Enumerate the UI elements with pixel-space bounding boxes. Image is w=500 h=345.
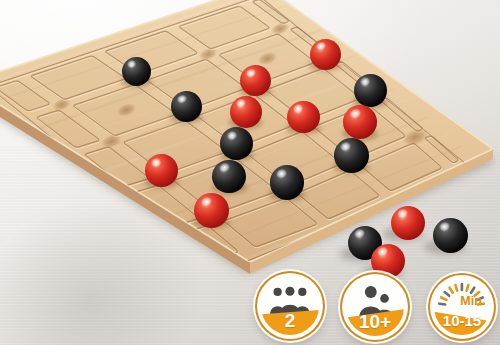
duration-badge: Min. 10-15 <box>428 273 496 341</box>
black-marble[interactable] <box>270 165 305 200</box>
red-marble[interactable] <box>230 96 262 128</box>
black-marble[interactable] <box>334 138 369 173</box>
age-value: 10+ <box>346 311 404 333</box>
product-photo-canvas: 2 10+ <box>0 0 500 345</box>
age-badge: 10+ <box>340 272 410 342</box>
red-marble[interactable] <box>194 193 229 228</box>
players-count-value: 2 <box>261 310 319 332</box>
red-marble[interactable] <box>310 39 341 70</box>
red-marble[interactable] <box>145 154 178 187</box>
red-marble[interactable] <box>343 105 377 139</box>
duration-unit-label: Min. <box>460 294 485 308</box>
loose-black-marble[interactable] <box>433 218 468 253</box>
game-board <box>0 0 500 345</box>
red-marble[interactable] <box>287 101 320 134</box>
black-marble[interactable] <box>122 57 151 86</box>
players-count-badge: 2 <box>255 271 325 341</box>
black-marble[interactable] <box>354 74 387 107</box>
loose-red-marble[interactable] <box>391 206 425 240</box>
duration-value: 10-15 <box>434 312 490 329</box>
